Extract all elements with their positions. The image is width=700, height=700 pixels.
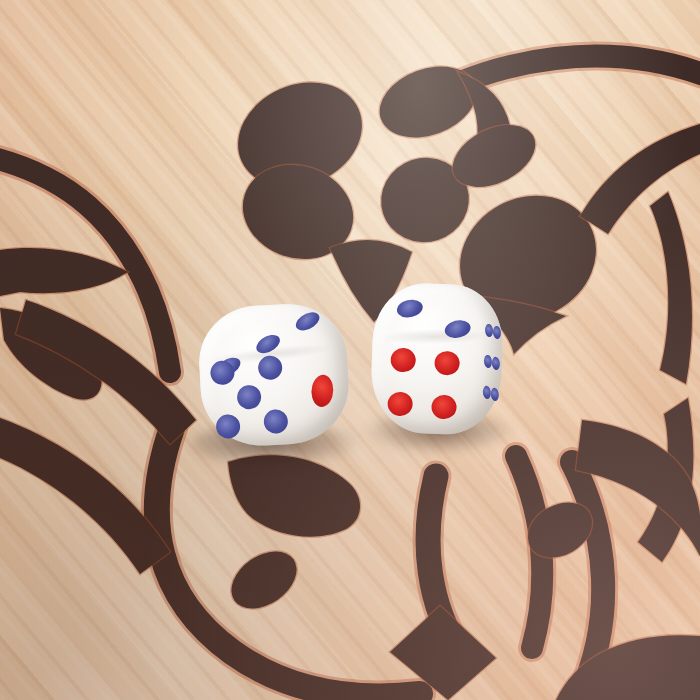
pip-blue [236, 384, 262, 410]
pip-red [434, 350, 461, 376]
die-left-right-face [303, 350, 342, 431]
die-left [196, 301, 351, 449]
pip-red [431, 394, 458, 420]
die-right-front-face [387, 347, 460, 419]
pip-blue [257, 355, 283, 381]
die-right-right-face [482, 314, 501, 411]
pip-blue [442, 319, 473, 338]
die-right-top-face [390, 299, 480, 331]
photo-scene [0, 0, 700, 700]
pip-blue [490, 387, 498, 402]
light-glare-overlay [0, 0, 700, 700]
pip-blue [493, 325, 501, 340]
pip-blue [482, 385, 490, 400]
pip-red [387, 391, 414, 417]
pip-blue [484, 354, 492, 369]
pip-red [390, 347, 417, 373]
pip-blue [209, 360, 235, 386]
pip-blue [485, 323, 493, 338]
die-right [369, 282, 504, 436]
pip-blue [215, 413, 241, 439]
die-left-front-face [209, 354, 282, 442]
pip-blue [491, 356, 499, 371]
pip-blue [262, 408, 288, 434]
